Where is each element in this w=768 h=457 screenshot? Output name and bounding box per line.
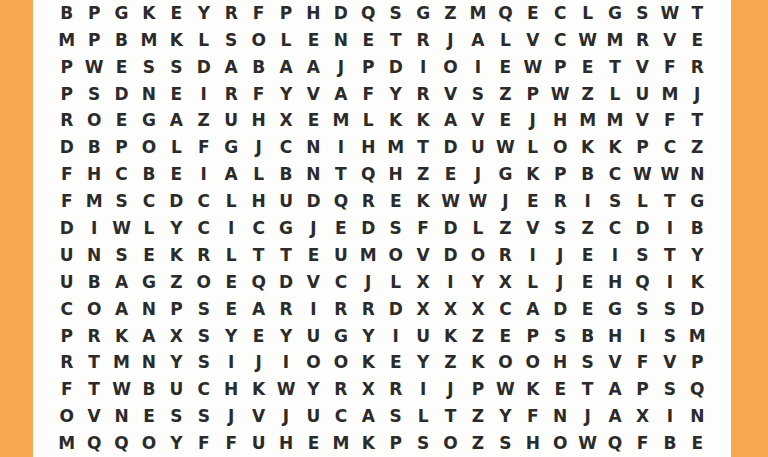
- grid-cell-r11c10[interactable]: V: [300, 269, 327, 296]
- grid-cell-r3c17[interactable]: E: [492, 54, 519, 81]
- grid-cell-r12c11[interactable]: R: [327, 296, 354, 323]
- grid-cell-r5c12[interactable]: L: [355, 108, 382, 135]
- grid-cell-r4c21[interactable]: L: [601, 81, 628, 108]
- grid-cell-r4c22[interactable]: U: [629, 81, 656, 108]
- grid-cell-r17c23[interactable]: B: [656, 430, 683, 457]
- grid-cell-r3c9[interactable]: A: [272, 54, 299, 81]
- grid-cell-r3c6[interactable]: D: [190, 54, 217, 81]
- grid-cell-r2c1[interactable]: M: [53, 27, 80, 54]
- grid-cell-r15c21[interactable]: A: [601, 376, 628, 403]
- grid-cell-r7c21[interactable]: C: [601, 161, 628, 188]
- grid-cell-r2c20[interactable]: W: [574, 27, 601, 54]
- grid-cell-r9c10[interactable]: J: [300, 215, 327, 242]
- grid-cell-r15c17[interactable]: W: [492, 376, 519, 403]
- grid-cell-r2c21[interactable]: M: [601, 27, 628, 54]
- grid-cell-r7c17[interactable]: G: [492, 161, 519, 188]
- grid-cell-r5c18[interactable]: J: [519, 108, 546, 135]
- grid-cell-r14c13[interactable]: E: [382, 349, 409, 376]
- grid-cell-r16c20[interactable]: J: [574, 403, 601, 430]
- grid-cell-r8c12[interactable]: R: [355, 188, 382, 215]
- grid-cell-r11c3[interactable]: A: [108, 269, 135, 296]
- grid-cell-r16c14[interactable]: L: [409, 403, 436, 430]
- grid-cell-r15c6[interactable]: C: [190, 376, 217, 403]
- grid-cell-r5c23[interactable]: F: [656, 108, 683, 135]
- grid-cell-r2c19[interactable]: C: [546, 27, 573, 54]
- grid-cell-r12c15[interactable]: X: [437, 296, 464, 323]
- grid-cell-r1c1[interactable]: B: [53, 0, 80, 27]
- grid-cell-r17c5[interactable]: Y: [163, 430, 190, 457]
- grid-cell-r17c6[interactable]: F: [190, 430, 217, 457]
- grid-cell-r11c11[interactable]: C: [327, 269, 354, 296]
- grid-cell-r11c8[interactable]: Q: [245, 269, 272, 296]
- grid-cell-r15c7[interactable]: H: [217, 376, 244, 403]
- grid-cell-r5c6[interactable]: Z: [190, 108, 217, 135]
- grid-cell-r15c13[interactable]: R: [382, 376, 409, 403]
- grid-cell-r11c5[interactable]: Z: [163, 269, 190, 296]
- grid-cell-r13c23[interactable]: S: [656, 323, 683, 350]
- grid-cell-r8c17[interactable]: J: [492, 188, 519, 215]
- grid-cell-r11c4[interactable]: G: [135, 269, 162, 296]
- grid-cell-r4c7[interactable]: R: [217, 81, 244, 108]
- grid-cell-r6c8[interactable]: J: [245, 134, 272, 161]
- grid-cell-r9c14[interactable]: F: [409, 215, 436, 242]
- grid-cell-r1c19[interactable]: C: [546, 0, 573, 27]
- grid-cell-r12c5[interactable]: P: [163, 296, 190, 323]
- grid-cell-r17c1[interactable]: M: [53, 430, 80, 457]
- grid-cell-r13c7[interactable]: Y: [217, 323, 244, 350]
- grid-cell-r2c12[interactable]: E: [355, 27, 382, 54]
- grid-cell-r13c2[interactable]: R: [80, 323, 107, 350]
- grid-cell-r9c13[interactable]: S: [382, 215, 409, 242]
- grid-cell-r8c9[interactable]: U: [272, 188, 299, 215]
- grid-cell-r10c20[interactable]: E: [574, 242, 601, 269]
- grid-cell-r15c11[interactable]: R: [327, 376, 354, 403]
- grid-cell-r9c7[interactable]: I: [217, 215, 244, 242]
- grid-cell-r7c18[interactable]: K: [519, 161, 546, 188]
- grid-cell-r16c24[interactable]: N: [684, 403, 711, 430]
- grid-cell-r12c14[interactable]: X: [409, 296, 436, 323]
- grid-cell-r8c23[interactable]: T: [656, 188, 683, 215]
- grid-cell-r16c9[interactable]: J: [272, 403, 299, 430]
- grid-cell-r4c14[interactable]: R: [409, 81, 436, 108]
- grid-cell-r8c16[interactable]: W: [464, 188, 491, 215]
- grid-cell-r13c20[interactable]: B: [574, 323, 601, 350]
- grid-cell-r11c13[interactable]: L: [382, 269, 409, 296]
- grid-cell-r4c20[interactable]: Z: [574, 81, 601, 108]
- grid-cell-r1c3[interactable]: G: [108, 0, 135, 27]
- grid-cell-r17c24[interactable]: E: [684, 430, 711, 457]
- grid-cell-r16c11[interactable]: C: [327, 403, 354, 430]
- grid-cell-r2c13[interactable]: T: [382, 27, 409, 54]
- grid-cell-r11c9[interactable]: D: [272, 269, 299, 296]
- grid-cell-r1c16[interactable]: M: [464, 0, 491, 27]
- grid-cell-r17c17[interactable]: S: [492, 430, 519, 457]
- grid-cell-r7c19[interactable]: P: [546, 161, 573, 188]
- grid-cell-r1c8[interactable]: F: [245, 0, 272, 27]
- grid-cell-r15c24[interactable]: Q: [684, 376, 711, 403]
- grid-cell-r5c17[interactable]: E: [492, 108, 519, 135]
- grid-cell-r1c23[interactable]: W: [656, 0, 683, 27]
- grid-cell-r14c3[interactable]: M: [108, 349, 135, 376]
- grid-cell-r13c21[interactable]: H: [601, 323, 628, 350]
- grid-cell-r11c24[interactable]: K: [684, 269, 711, 296]
- grid-cell-r10c13[interactable]: O: [382, 242, 409, 269]
- grid-cell-r4c10[interactable]: V: [300, 81, 327, 108]
- grid-cell-r2c4[interactable]: M: [135, 27, 162, 54]
- grid-cell-r4c6[interactable]: I: [190, 81, 217, 108]
- grid-cell-r16c8[interactable]: V: [245, 403, 272, 430]
- grid-cell-r2c11[interactable]: N: [327, 27, 354, 54]
- grid-cell-r13c22[interactable]: I: [629, 323, 656, 350]
- grid-cell-r3c1[interactable]: P: [53, 54, 80, 81]
- grid-cell-r17c16[interactable]: Z: [464, 430, 491, 457]
- grid-cell-r9c23[interactable]: I: [656, 215, 683, 242]
- grid-cell-r2c7[interactable]: S: [217, 27, 244, 54]
- grid-cell-r2c9[interactable]: L: [272, 27, 299, 54]
- grid-cell-r3c5[interactable]: S: [163, 54, 190, 81]
- grid-cell-r8c15[interactable]: W: [437, 188, 464, 215]
- grid-cell-r13c4[interactable]: A: [135, 323, 162, 350]
- grid-cell-r13c24[interactable]: M: [684, 323, 711, 350]
- grid-cell-r17c15[interactable]: O: [437, 430, 464, 457]
- grid-cell-r11c23[interactable]: I: [656, 269, 683, 296]
- grid-cell-r14c11[interactable]: O: [327, 349, 354, 376]
- grid-cell-r6c18[interactable]: L: [519, 134, 546, 161]
- grid-cell-r6c20[interactable]: K: [574, 134, 601, 161]
- grid-cell-r3c24[interactable]: R: [684, 54, 711, 81]
- grid-cell-r2c3[interactable]: B: [108, 27, 135, 54]
- grid-cell-r5c10[interactable]: E: [300, 108, 327, 135]
- grid-cell-r12c17[interactable]: C: [492, 296, 519, 323]
- grid-cell-r4c23[interactable]: M: [656, 81, 683, 108]
- grid-cell-r10c2[interactable]: N: [80, 242, 107, 269]
- grid-cell-r2c23[interactable]: V: [656, 27, 683, 54]
- grid-cell-r17c4[interactable]: O: [135, 430, 162, 457]
- grid-cell-r9c9[interactable]: G: [272, 215, 299, 242]
- grid-cell-r3c19[interactable]: P: [546, 54, 573, 81]
- grid-cell-r7c12[interactable]: Q: [355, 161, 382, 188]
- grid-cell-r1c15[interactable]: Z: [437, 0, 464, 27]
- grid-cell-r1c5[interactable]: E: [163, 0, 190, 27]
- grid-cell-r17c19[interactable]: O: [546, 430, 573, 457]
- grid-cell-r4c5[interactable]: E: [163, 81, 190, 108]
- grid-cell-r12c1[interactable]: C: [53, 296, 80, 323]
- grid-cell-r5c24[interactable]: T: [684, 108, 711, 135]
- grid-cell-r7c24[interactable]: N: [684, 161, 711, 188]
- grid-cell-r15c8[interactable]: K: [245, 376, 272, 403]
- grid-cell-r6c11[interactable]: I: [327, 134, 354, 161]
- grid-cell-r10c23[interactable]: T: [656, 242, 683, 269]
- grid-cell-r9c6[interactable]: C: [190, 215, 217, 242]
- grid-cell-r5c5[interactable]: A: [163, 108, 190, 135]
- grid-cell-r1c22[interactable]: S: [629, 0, 656, 27]
- grid-cell-r8c19[interactable]: R: [546, 188, 573, 215]
- grid-cell-r14c24[interactable]: P: [684, 349, 711, 376]
- grid-cell-r17c9[interactable]: H: [272, 430, 299, 457]
- grid-cell-r3c13[interactable]: D: [382, 54, 409, 81]
- grid-cell-r6c12[interactable]: H: [355, 134, 382, 161]
- grid-cell-r5c14[interactable]: K: [409, 108, 436, 135]
- grid-cell-r5c2[interactable]: O: [80, 108, 107, 135]
- grid-cell-r4c19[interactable]: W: [546, 81, 573, 108]
- grid-cell-r4c3[interactable]: D: [108, 81, 135, 108]
- grid-cell-r2c15[interactable]: J: [437, 27, 464, 54]
- grid-cell-r9c16[interactable]: L: [464, 215, 491, 242]
- grid-cell-r9c3[interactable]: W: [108, 215, 135, 242]
- grid-cell-r7c7[interactable]: A: [217, 161, 244, 188]
- grid-cell-r2c22[interactable]: R: [629, 27, 656, 54]
- grid-cell-r10c4[interactable]: E: [135, 242, 162, 269]
- grid-cell-r1c11[interactable]: D: [327, 0, 354, 27]
- grid-cell-r3c15[interactable]: O: [437, 54, 464, 81]
- grid-cell-r6c3[interactable]: P: [108, 134, 135, 161]
- grid-cell-r15c18[interactable]: K: [519, 376, 546, 403]
- grid-cell-r1c21[interactable]: G: [601, 0, 628, 27]
- grid-cell-r8c1[interactable]: F: [53, 188, 80, 215]
- grid-cell-r15c2[interactable]: T: [80, 376, 107, 403]
- grid-cell-r8c14[interactable]: K: [409, 188, 436, 215]
- grid-cell-r12c6[interactable]: S: [190, 296, 217, 323]
- grid-cell-r14c18[interactable]: O: [519, 349, 546, 376]
- grid-cell-r13c3[interactable]: K: [108, 323, 135, 350]
- grid-cell-r13c1[interactable]: P: [53, 323, 80, 350]
- grid-cell-r16c4[interactable]: E: [135, 403, 162, 430]
- grid-cell-r10c17[interactable]: R: [492, 242, 519, 269]
- grid-cell-r16c23[interactable]: I: [656, 403, 683, 430]
- grid-cell-r14c20[interactable]: S: [574, 349, 601, 376]
- grid-cell-r9c11[interactable]: E: [327, 215, 354, 242]
- grid-cell-r5c4[interactable]: G: [135, 108, 162, 135]
- grid-cell-r12c10[interactable]: I: [300, 296, 327, 323]
- grid-cell-r7c6[interactable]: I: [190, 161, 217, 188]
- grid-cell-r16c10[interactable]: U: [300, 403, 327, 430]
- grid-cell-r5c19[interactable]: H: [546, 108, 573, 135]
- grid-cell-r6c2[interactable]: B: [80, 134, 107, 161]
- grid-cell-r12c7[interactable]: E: [217, 296, 244, 323]
- grid-cell-r2c2[interactable]: P: [80, 27, 107, 54]
- grid-cell-r2c10[interactable]: E: [300, 27, 327, 54]
- grid-cell-r2c14[interactable]: R: [409, 27, 436, 54]
- grid-cell-r6c17[interactable]: W: [492, 134, 519, 161]
- grid-cell-r17c20[interactable]: W: [574, 430, 601, 457]
- grid-cell-r13c18[interactable]: P: [519, 323, 546, 350]
- grid-cell-r4c1[interactable]: P: [53, 81, 80, 108]
- grid-cell-r12c4[interactable]: N: [135, 296, 162, 323]
- grid-cell-r9c15[interactable]: D: [437, 215, 464, 242]
- grid-cell-r16c5[interactable]: S: [163, 403, 190, 430]
- grid-cell-r16c12[interactable]: A: [355, 403, 382, 430]
- grid-cell-r14c4[interactable]: N: [135, 349, 162, 376]
- grid-cell-r15c23[interactable]: S: [656, 376, 683, 403]
- grid-cell-r10c22[interactable]: S: [629, 242, 656, 269]
- grid-cell-r8c8[interactable]: H: [245, 188, 272, 215]
- grid-cell-r17c7[interactable]: F: [217, 430, 244, 457]
- grid-cell-r9c17[interactable]: Z: [492, 215, 519, 242]
- grid-cell-r5c8[interactable]: H: [245, 108, 272, 135]
- grid-cell-r4c4[interactable]: N: [135, 81, 162, 108]
- grid-cell-r7c16[interactable]: J: [464, 161, 491, 188]
- grid-cell-r17c10[interactable]: E: [300, 430, 327, 457]
- grid-cell-r14c10[interactable]: O: [300, 349, 327, 376]
- grid-cell-r6c4[interactable]: O: [135, 134, 162, 161]
- grid-cell-r11c2[interactable]: B: [80, 269, 107, 296]
- grid-cell-r3c3[interactable]: E: [108, 54, 135, 81]
- grid-cell-r4c15[interactable]: V: [437, 81, 464, 108]
- grid-cell-r2c8[interactable]: O: [245, 27, 272, 54]
- grid-cell-r5c22[interactable]: V: [629, 108, 656, 135]
- grid-cell-r14c17[interactable]: O: [492, 349, 519, 376]
- grid-cell-r10c19[interactable]: J: [546, 242, 573, 269]
- grid-cell-r17c21[interactable]: Q: [601, 430, 628, 457]
- grid-cell-r11c16[interactable]: Y: [464, 269, 491, 296]
- grid-cell-r7c15[interactable]: E: [437, 161, 464, 188]
- grid-cell-r13c13[interactable]: I: [382, 323, 409, 350]
- grid-cell-r13c17[interactable]: E: [492, 323, 519, 350]
- grid-cell-r11c21[interactable]: H: [601, 269, 628, 296]
- grid-cell-r3c2[interactable]: W: [80, 54, 107, 81]
- grid-cell-r14c7[interactable]: I: [217, 349, 244, 376]
- grid-cell-r4c24[interactable]: J: [684, 81, 711, 108]
- grid-cell-r15c4[interactable]: B: [135, 376, 162, 403]
- grid-cell-r15c20[interactable]: T: [574, 376, 601, 403]
- grid-cell-r17c22[interactable]: F: [629, 430, 656, 457]
- grid-cell-r5c1[interactable]: R: [53, 108, 80, 135]
- grid-cell-r6c23[interactable]: C: [656, 134, 683, 161]
- grid-cell-r10c5[interactable]: K: [163, 242, 190, 269]
- grid-cell-r5c21[interactable]: M: [601, 108, 628, 135]
- grid-cell-r11c7[interactable]: E: [217, 269, 244, 296]
- grid-cell-r2c17[interactable]: L: [492, 27, 519, 54]
- grid-cell-r4c2[interactable]: S: [80, 81, 107, 108]
- grid-cell-r11c19[interactable]: J: [546, 269, 573, 296]
- grid-cell-r8c3[interactable]: S: [108, 188, 135, 215]
- grid-cell-r8c22[interactable]: L: [629, 188, 656, 215]
- grid-cell-r2c5[interactable]: K: [163, 27, 190, 54]
- grid-cell-r9c2[interactable]: I: [80, 215, 107, 242]
- grid-cell-r2c24[interactable]: E: [684, 27, 711, 54]
- grid-cell-r16c15[interactable]: T: [437, 403, 464, 430]
- grid-cell-r6c15[interactable]: D: [437, 134, 464, 161]
- grid-cell-r9c8[interactable]: C: [245, 215, 272, 242]
- grid-cell-r5c13[interactable]: K: [382, 108, 409, 135]
- grid-cell-r5c15[interactable]: A: [437, 108, 464, 135]
- grid-cell-r6c14[interactable]: T: [409, 134, 436, 161]
- grid-cell-r4c18[interactable]: P: [519, 81, 546, 108]
- grid-cell-r12c8[interactable]: A: [245, 296, 272, 323]
- grid-cell-r14c9[interactable]: I: [272, 349, 299, 376]
- grid-cell-r10c12[interactable]: M: [355, 242, 382, 269]
- grid-cell-r9c22[interactable]: D: [629, 215, 656, 242]
- grid-cell-r6c24[interactable]: Z: [684, 134, 711, 161]
- grid-cell-r16c16[interactable]: Z: [464, 403, 491, 430]
- grid-cell-r5c9[interactable]: X: [272, 108, 299, 135]
- grid-cell-r8c5[interactable]: D: [163, 188, 190, 215]
- grid-cell-r3c20[interactable]: E: [574, 54, 601, 81]
- grid-cell-r8c21[interactable]: S: [601, 188, 628, 215]
- grid-cell-r17c13[interactable]: P: [382, 430, 409, 457]
- grid-cell-r11c15[interactable]: I: [437, 269, 464, 296]
- grid-cell-r14c14[interactable]: Y: [409, 349, 436, 376]
- grid-cell-r8c20[interactable]: I: [574, 188, 601, 215]
- grid-cell-r2c6[interactable]: L: [190, 27, 217, 54]
- grid-cell-r17c14[interactable]: S: [409, 430, 436, 457]
- grid-cell-r15c10[interactable]: Y: [300, 376, 327, 403]
- grid-cell-r14c1[interactable]: R: [53, 349, 80, 376]
- grid-cell-r13c11[interactable]: G: [327, 323, 354, 350]
- grid-cell-r17c18[interactable]: H: [519, 430, 546, 457]
- grid-cell-r1c18[interactable]: E: [519, 0, 546, 27]
- grid-cell-r16c21[interactable]: A: [601, 403, 628, 430]
- grid-cell-r1c20[interactable]: L: [574, 0, 601, 27]
- grid-cell-r12c13[interactable]: D: [382, 296, 409, 323]
- grid-cell-r12c19[interactable]: D: [546, 296, 573, 323]
- grid-cell-r16c6[interactable]: S: [190, 403, 217, 430]
- grid-cell-r3c16[interactable]: I: [464, 54, 491, 81]
- grid-cell-r10c24[interactable]: Y: [684, 242, 711, 269]
- grid-cell-r4c8[interactable]: F: [245, 81, 272, 108]
- grid-cell-r4c17[interactable]: Z: [492, 81, 519, 108]
- grid-cell-r2c18[interactable]: V: [519, 27, 546, 54]
- grid-cell-r6c9[interactable]: C: [272, 134, 299, 161]
- grid-cell-r10c1[interactable]: U: [53, 242, 80, 269]
- grid-cell-r7c10[interactable]: N: [300, 161, 327, 188]
- grid-cell-r13c19[interactable]: S: [546, 323, 573, 350]
- grid-cell-r6c21[interactable]: K: [601, 134, 628, 161]
- grid-cell-r12c3[interactable]: A: [108, 296, 135, 323]
- grid-cell-r7c1[interactable]: F: [53, 161, 80, 188]
- grid-cell-r17c12[interactable]: K: [355, 430, 382, 457]
- grid-cell-r5c11[interactable]: M: [327, 108, 354, 135]
- grid-cell-r16c22[interactable]: X: [629, 403, 656, 430]
- grid-cell-r14c16[interactable]: K: [464, 349, 491, 376]
- grid-cell-r8c10[interactable]: D: [300, 188, 327, 215]
- grid-cell-r8c11[interactable]: Q: [327, 188, 354, 215]
- grid-cell-r7c23[interactable]: W: [656, 161, 683, 188]
- grid-cell-r8c24[interactable]: G: [684, 188, 711, 215]
- grid-cell-r10c16[interactable]: O: [464, 242, 491, 269]
- grid-cell-r11c17[interactable]: X: [492, 269, 519, 296]
- grid-cell-r13c8[interactable]: E: [245, 323, 272, 350]
- grid-cell-r14c5[interactable]: Y: [163, 349, 190, 376]
- grid-cell-r6c6[interactable]: F: [190, 134, 217, 161]
- grid-cell-r5c16[interactable]: V: [464, 108, 491, 135]
- grid-cell-r4c9[interactable]: Y: [272, 81, 299, 108]
- grid-cell-r12c9[interactable]: R: [272, 296, 299, 323]
- grid-cell-r14c19[interactable]: H: [546, 349, 573, 376]
- grid-cell-r4c13[interactable]: Y: [382, 81, 409, 108]
- grid-cell-r10c7[interactable]: L: [217, 242, 244, 269]
- grid-cell-r1c24[interactable]: T: [684, 0, 711, 27]
- grid-cell-r14c21[interactable]: V: [601, 349, 628, 376]
- grid-cell-r13c16[interactable]: Z: [464, 323, 491, 350]
- grid-cell-r8c2[interactable]: M: [80, 188, 107, 215]
- grid-cell-r11c18[interactable]: L: [519, 269, 546, 296]
- grid-cell-r9c19[interactable]: S: [546, 215, 573, 242]
- grid-cell-r3c22[interactable]: V: [629, 54, 656, 81]
- grid-cell-r8c18[interactable]: E: [519, 188, 546, 215]
- grid-cell-r11c1[interactable]: U: [53, 269, 80, 296]
- grid-cell-r15c12[interactable]: X: [355, 376, 382, 403]
- grid-cell-r5c7[interactable]: U: [217, 108, 244, 135]
- grid-cell-r9c21[interactable]: C: [601, 215, 628, 242]
- grid-cell-r15c15[interactable]: J: [437, 376, 464, 403]
- grid-cell-r12c22[interactable]: S: [629, 296, 656, 323]
- grid-cell-r14c8[interactable]: J: [245, 349, 272, 376]
- grid-cell-r4c11[interactable]: A: [327, 81, 354, 108]
- grid-cell-r9c4[interactable]: L: [135, 215, 162, 242]
- grid-cell-r3c18[interactable]: W: [519, 54, 546, 81]
- grid-cell-r16c17[interactable]: Y: [492, 403, 519, 430]
